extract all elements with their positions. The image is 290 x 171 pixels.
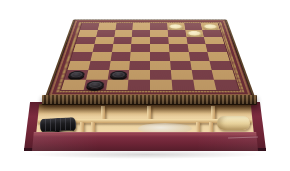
board-cell — [187, 44, 207, 52]
board-cell — [92, 44, 112, 52]
board-cell — [68, 61, 91, 70]
board-cell — [150, 30, 168, 37]
board-carved-edge — [42, 95, 257, 105]
board-cell — [113, 37, 132, 44]
black-checkers-stack — [40, 117, 77, 133]
white-checker-piece — [187, 31, 202, 36]
board-cell — [131, 44, 150, 52]
board-cell — [188, 52, 209, 60]
board-cell — [61, 80, 86, 91]
board-grid — [60, 23, 240, 91]
white-checker-piece — [203, 24, 218, 29]
board-cell — [107, 70, 129, 80]
board-cell — [186, 37, 206, 44]
chess-checkers-set-photo — [0, 0, 290, 171]
board-cell — [130, 52, 150, 60]
black-checker-piece — [86, 81, 105, 89]
board-cell — [76, 37, 96, 44]
board-cell — [169, 52, 190, 60]
board-cell — [129, 70, 150, 80]
board-cell — [169, 44, 189, 52]
board-cell — [170, 61, 191, 70]
game-board — [45, 19, 255, 97]
ground-shadow — [28, 150, 264, 159]
board-cell — [168, 37, 187, 44]
board-cell — [94, 37, 114, 44]
board-cell — [167, 30, 186, 37]
board-cell — [191, 70, 214, 80]
board-cell — [106, 80, 129, 91]
board-cell — [90, 52, 111, 60]
white-checkers-roll — [217, 116, 250, 130]
board-cell — [202, 30, 222, 37]
board-cell — [150, 61, 171, 70]
board-cell — [83, 80, 107, 91]
board-cell — [86, 70, 109, 80]
board-cell — [210, 61, 233, 70]
black-checker-piece — [110, 71, 127, 79]
board-cell — [206, 44, 227, 52]
board-gold-filigree-band — [54, 22, 245, 93]
board-cell — [150, 70, 171, 80]
board-cell — [112, 44, 132, 52]
board-cell — [185, 30, 204, 37]
board-cell — [150, 52, 170, 60]
board-cell — [128, 80, 150, 91]
board-cell — [73, 44, 94, 52]
board-cell — [150, 80, 172, 91]
board-cell — [129, 61, 150, 70]
board-cell — [171, 70, 193, 80]
board-cell — [96, 30, 115, 37]
board-cell — [70, 52, 92, 60]
board-cell — [110, 52, 131, 60]
board-cell — [204, 37, 224, 44]
white-checker-piece — [169, 24, 183, 29]
board-leather-margin — [49, 20, 252, 95]
drawer-front-panel — [32, 132, 258, 151]
board-cell — [150, 44, 169, 52]
board-cell — [114, 30, 133, 37]
board-cell — [109, 61, 130, 70]
board-cell — [150, 37, 169, 44]
board-cell — [131, 37, 150, 44]
board-cell — [208, 52, 230, 60]
board-cell — [64, 70, 88, 80]
board-cell — [78, 30, 98, 37]
board-cell — [214, 80, 239, 91]
board-cell — [193, 80, 217, 91]
board-cell — [212, 70, 236, 80]
board-cell — [190, 61, 212, 70]
black-checker-piece — [67, 71, 85, 79]
board-cell — [132, 30, 150, 37]
board-cell — [171, 80, 194, 91]
board-cell — [88, 61, 110, 70]
